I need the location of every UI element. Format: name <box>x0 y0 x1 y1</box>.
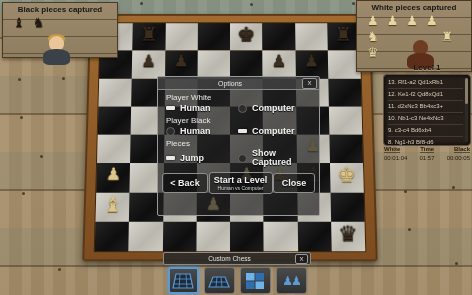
radio-unselected-icon <box>166 127 175 136</box>
captured-pawn-icon: ♟ <box>406 14 418 27</box>
move-entry[interactable]: 11. d2xNc3 Bb4xc3+ <box>388 101 463 113</box>
square-a5[interactable] <box>98 106 132 134</box>
show-captured-toggle[interactable]: Show Captured <box>238 149 310 168</box>
start-level-subtitle: Human vs Computer <box>210 185 272 191</box>
square-f8[interactable] <box>262 23 295 50</box>
move-entry[interactable]: 12. Ke1-f2 Qd8xQd1 <box>388 89 463 101</box>
options-close-icon[interactable]: X <box>302 78 317 89</box>
square-e7[interactable] <box>230 51 263 79</box>
captured-pawn-icon: ♟ <box>367 14 379 27</box>
square-c8[interactable] <box>165 23 198 50</box>
square-h1[interactable]: ♛ <box>331 222 365 252</box>
move-list-scrollbar[interactable] <box>465 78 468 142</box>
square-a3[interactable]: ♟ <box>96 163 130 192</box>
black-pawn: ♟ <box>271 54 286 70</box>
board-3d-icon <box>172 272 194 290</box>
captured-bishop-icon: ♝ <box>13 16 25 29</box>
black-pawn: ♟ <box>174 54 189 70</box>
white-clock: 00:01:04 <box>384 155 407 161</box>
white-pawn: ♟ <box>106 166 122 183</box>
custom-chess-bar: Custom Chess X <box>163 252 311 294</box>
square-d8[interactable] <box>197 23 230 50</box>
scrollbar-thumb[interactable] <box>465 78 468 104</box>
square-a4[interactable] <box>97 135 131 164</box>
black-pawn: ♟ <box>141 54 156 70</box>
move-entry[interactable]: 8. Ng1-h3 Bf8-d6 <box>388 137 463 148</box>
elapsed-time: 01:57 <box>419 155 434 161</box>
close-button[interactable]: Close <box>273 173 315 193</box>
captured-pawn-icon: ♟ <box>387 14 399 27</box>
square-a6[interactable] <box>99 78 132 106</box>
player-white-human-radio[interactable]: Human <box>166 103 238 113</box>
white-king: ♚ <box>337 164 356 185</box>
view-2d-button[interactable] <box>240 267 271 294</box>
options-dialog: Options X Player White Human Computer Pl… <box>157 76 320 216</box>
captured-pawn-icon: ♟ <box>426 14 438 27</box>
view-3d-far-button[interactable] <box>204 267 235 294</box>
radio-selected-icon <box>238 129 247 133</box>
white-player-avatar <box>42 36 72 68</box>
level-title: Level 1 <box>382 63 472 72</box>
square-g8[interactable] <box>295 23 328 50</box>
captured-knight-icon: ♞ <box>33 16 45 29</box>
level-panel: Level 1 13. Rf1-a2 Qd1xRb112. Ke1-f2 Qd8… <box>382 63 472 169</box>
black-pawn: ♟ <box>304 54 319 70</box>
square-h5[interactable] <box>329 106 363 134</box>
black-king: ♚ <box>237 24 255 44</box>
custom-chess-close-icon[interactable]: X <box>295 254 308 264</box>
radio-unselected-icon <box>238 154 247 163</box>
board-2d-icon <box>245 272 265 290</box>
captured-rook-icon: ♜ <box>441 30 453 43</box>
player-black-label: Player Black <box>158 113 319 126</box>
move-entry[interactable]: 10. Nb1-c3 Ne4xNc3 <box>388 113 463 125</box>
square-a1[interactable] <box>95 222 129 252</box>
avatar-body <box>43 49 70 65</box>
square-d1[interactable] <box>196 222 230 252</box>
square-f7[interactable]: ♟ <box>263 51 296 79</box>
player-white-computer-radio[interactable]: Computer <box>238 103 310 113</box>
square-h3[interactable]: ♚ <box>330 163 364 192</box>
custom-chess-titlebar: Custom Chess X <box>163 252 311 265</box>
radio-unselected-icon <box>238 104 247 113</box>
pawns-icon: ♟♟ <box>282 274 300 288</box>
square-h2[interactable] <box>330 192 364 221</box>
player-white-label: Player White <box>158 90 319 103</box>
square-e1[interactable] <box>230 222 264 252</box>
radio-selected-icon <box>166 156 175 160</box>
move-entry[interactable]: 9. c3-c4 Bd6xb4 <box>388 125 463 137</box>
options-title: Options <box>158 80 302 87</box>
square-e8[interactable]: ♚ <box>230 23 263 50</box>
black-clock: 00:00:05 <box>447 155 470 161</box>
pieces-label: Pieces <box>158 136 319 149</box>
captured-queen-icon: ♛ <box>367 46 379 59</box>
square-b1[interactable] <box>129 222 163 252</box>
black-queen: ♛ <box>338 223 358 244</box>
square-a2[interactable]: ♝ <box>96 192 130 221</box>
white-captured-title: White pieces captured <box>357 1 471 12</box>
black-captured-pieces: ♝♞ <box>3 14 117 30</box>
app-window: ♜♚♜♟♟♟♟♟♟♟♟♝♚♝♟♛ Black pieces captured ♝… <box>0 0 472 295</box>
player-black-computer-radio[interactable]: Computer <box>238 126 310 136</box>
square-g7[interactable]: ♟ <box>295 51 328 79</box>
pieces-jump-toggle[interactable]: Jump <box>166 153 238 163</box>
square-c7[interactable]: ♟ <box>165 51 198 79</box>
back-button[interactable]: < Back <box>162 173 208 193</box>
player-black-human-radio[interactable]: Human <box>166 126 238 136</box>
board-3d-flat-icon <box>208 272 230 290</box>
radio-selected-icon <box>166 106 175 110</box>
view-3d-near-button[interactable] <box>168 267 199 294</box>
square-h4[interactable] <box>329 135 363 164</box>
square-b8[interactable]: ♜ <box>132 23 165 50</box>
start-level-button[interactable]: Start a Level Human vs Computer <box>209 172 273 194</box>
square-g1[interactable] <box>297 222 331 252</box>
captured-knight-icon: ♞ <box>367 30 379 43</box>
piece-set-button[interactable]: ♟♟ <box>276 267 307 294</box>
move-list[interactable]: 13. Rf1-a2 Qd1xRb112. Ke1-f2 Qd8xQd111. … <box>383 74 471 146</box>
black-rook: ♜ <box>140 24 159 44</box>
square-f1[interactable] <box>264 222 298 252</box>
clock-values: 00:01:04 01:57 00:00:05 <box>382 155 472 161</box>
white-bishop: ♝ <box>103 193 122 214</box>
square-d7[interactable] <box>197 51 230 79</box>
black-captured-title: Black pieces captured <box>3 3 117 14</box>
options-titlebar: Options X <box>158 77 319 90</box>
square-b7[interactable]: ♟ <box>132 51 165 79</box>
square-h6[interactable] <box>328 78 361 106</box>
black-rook: ♜ <box>334 24 353 44</box>
square-c1[interactable] <box>162 222 196 252</box>
move-entry[interactable]: 13. Rf1-a2 Qd1xRb1 <box>388 77 463 89</box>
custom-chess-title: Custom Chess <box>164 255 295 262</box>
